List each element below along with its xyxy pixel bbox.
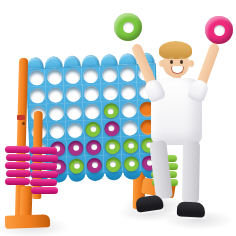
cell-r1c3	[63, 67, 82, 86]
ring-hole	[74, 163, 80, 169]
pink-ring-stack-inner	[30, 147, 57, 194]
board-bottom-scallop	[123, 171, 141, 180]
ring-hole	[214, 25, 225, 36]
green-ring	[69, 158, 85, 174]
cell-r5c6	[121, 136, 140, 155]
boy-right-shoe	[177, 201, 206, 217]
boy-left-eye	[170, 60, 173, 64]
empty-slot	[48, 105, 64, 121]
magenta-ring	[104, 121, 120, 137]
ring-hole	[109, 143, 115, 149]
green-ring	[124, 156, 140, 172]
cell-r5c5	[103, 137, 122, 156]
magenta-ring	[87, 157, 103, 173]
cell-r1c2	[45, 68, 64, 87]
board-top-bump	[82, 55, 100, 67]
cell-r2c4	[82, 84, 101, 103]
cell-r4c3	[66, 121, 85, 140]
cell-r1c6	[118, 65, 137, 84]
pink-storage-ring	[5, 162, 30, 169]
board-bottom-scallop	[68, 173, 86, 182]
empty-slot	[85, 104, 101, 120]
magenta-ring	[86, 139, 102, 155]
cell-r3c5	[101, 102, 120, 121]
cell-r6c5	[104, 155, 123, 174]
empty-slot	[29, 70, 45, 86]
ring-hole	[128, 160, 134, 166]
pink-storage-ring	[6, 154, 31, 161]
empty-slot	[67, 105, 83, 121]
cell-r1c4	[82, 67, 101, 86]
cell-r2c3	[64, 85, 83, 104]
board-top-bump	[45, 56, 63, 68]
green-ring	[103, 103, 119, 119]
ring-hole	[92, 162, 98, 168]
empty-slot	[29, 88, 45, 104]
frame-bolt	[22, 122, 25, 125]
ring-hole	[73, 145, 79, 151]
cell-r6c3	[67, 157, 86, 176]
pink-storage-ring	[31, 155, 58, 162]
pink-ring-stack-outer	[5, 146, 30, 185]
cell-r4c4	[84, 120, 103, 139]
board-top-bump	[63, 55, 81, 67]
cell-r4c6	[120, 119, 139, 138]
green-ring	[105, 139, 121, 155]
cell-r5c3	[66, 139, 85, 158]
empty-slot	[83, 68, 99, 84]
cell-r2c5	[101, 84, 120, 103]
cell-r2c2	[46, 86, 65, 105]
cell-r4c2	[47, 122, 66, 141]
empty-slot	[66, 87, 82, 103]
ring-hole	[91, 144, 97, 150]
empty-slot	[65, 69, 81, 85]
boy-hair-fringe	[162, 46, 190, 55]
cell-r1c1	[27, 69, 46, 88]
cell-r2c1	[28, 87, 47, 106]
ring-hole	[108, 108, 114, 114]
ring-hole	[90, 126, 96, 132]
pink-storage-ring	[31, 171, 58, 178]
green-ring	[123, 138, 139, 154]
empty-slot	[121, 102, 137, 118]
empty-slot	[47, 70, 63, 86]
cell-r4c5	[102, 119, 121, 138]
held-green-ring	[114, 13, 142, 41]
ring-hole	[109, 126, 115, 132]
cell-r3c3	[65, 103, 84, 122]
cell-r3c4	[83, 102, 102, 121]
magenta-ring	[68, 140, 84, 156]
cell-r6c6	[122, 154, 141, 173]
cell-r3c6	[120, 101, 139, 120]
board-top-bump	[26, 57, 44, 69]
pink-storage-ring	[6, 170, 31, 177]
board-top-bump	[100, 54, 118, 66]
ring-hole	[123, 22, 134, 33]
pink-storage-ring	[30, 163, 57, 170]
left-frame-foot	[5, 214, 50, 229]
cell-r5c4	[85, 138, 104, 157]
held-pink-ring	[205, 16, 233, 44]
board-bottom-scallop	[105, 172, 123, 181]
board-bottom-scallop	[87, 173, 105, 182]
boy-right-eye	[180, 60, 183, 64]
pink-storage-ring	[30, 147, 57, 154]
empty-slot	[48, 87, 64, 103]
cell-r3c2	[47, 104, 66, 123]
empty-slot	[120, 67, 136, 83]
green-ring	[105, 156, 121, 172]
ring-hole	[110, 161, 116, 167]
product-photo-scene	[0, 0, 236, 236]
green-ring	[86, 122, 102, 138]
frame-clip	[17, 115, 25, 120]
empty-slot	[102, 85, 118, 101]
empty-slot	[121, 84, 137, 100]
pink-storage-ring	[5, 146, 30, 153]
pink-storage-ring	[30, 179, 57, 186]
empty-slot	[122, 120, 138, 136]
empty-slot	[84, 86, 100, 102]
cell-r6c4	[85, 156, 104, 175]
cell-r2c6	[119, 83, 138, 102]
boy-right-leg	[182, 141, 200, 202]
empty-slot	[67, 122, 83, 138]
boy-right-eyebrow	[179, 57, 184, 59]
pink-storage-ring	[31, 187, 58, 194]
boy-left-eyebrow	[169, 57, 174, 59]
empty-slot	[49, 123, 65, 139]
cell-r1c5	[100, 66, 119, 85]
empty-slot	[102, 67, 118, 83]
pink-storage-ring	[5, 178, 30, 185]
ring-hole	[128, 143, 134, 149]
